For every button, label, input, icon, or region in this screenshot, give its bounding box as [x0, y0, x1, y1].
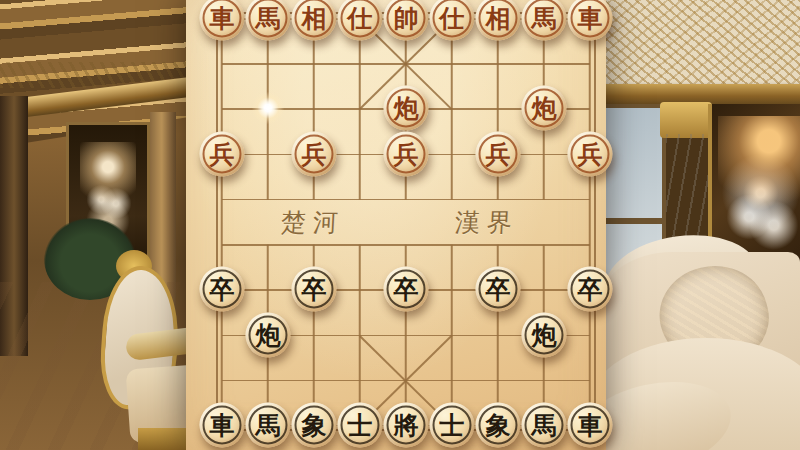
piece-glyph: 兵 [486, 141, 511, 166]
piece-red-soldier[interactable]: 兵 [568, 131, 613, 176]
piece-glyph: 兵 [302, 141, 327, 166]
piece-glyph: 車 [578, 412, 603, 437]
piece-glyph: 卒 [394, 277, 419, 302]
piece-glyph: 相 [302, 6, 327, 31]
piece-glyph: 兵 [394, 141, 419, 166]
piece-black-soldier[interactable]: 卒 [476, 267, 521, 312]
piece-red-soldier[interactable]: 兵 [476, 131, 521, 176]
piece-glyph: 馬 [256, 6, 281, 31]
piece-glyph: 帥 [394, 6, 419, 31]
piece-black-general[interactable]: 將 [384, 402, 429, 447]
screenshot-stage: 楚河 漢界 車馬相仕帥仕相馬車炮炮兵兵兵兵兵卒卒卒卒卒炮炮車馬象士將士象馬車 ✦ [0, 0, 800, 450]
xiangqi-board[interactable] [186, 0, 606, 450]
piece-black-chariot[interactable]: 車 [200, 402, 245, 447]
piece-glyph: 兵 [210, 141, 235, 166]
piece-glyph: 兵 [578, 141, 603, 166]
piece-glyph: 馬 [532, 412, 557, 437]
piece-glyph: 車 [578, 6, 603, 31]
piece-glyph: 象 [302, 412, 327, 437]
piece-glyph: 相 [486, 6, 511, 31]
river-label-left: 楚河 [280, 206, 346, 239]
piece-black-cannon[interactable]: 炮 [246, 312, 291, 357]
river-label-right: 漢界 [454, 206, 520, 239]
piece-glyph: 炮 [532, 322, 557, 347]
piece-glyph: 仕 [348, 6, 373, 31]
piece-black-soldier[interactable]: 卒 [384, 267, 429, 312]
piece-red-soldier[interactable]: 兵 [292, 131, 337, 176]
piece-glyph: 卒 [578, 277, 603, 302]
piece-black-elephant[interactable]: 象 [292, 402, 337, 447]
piece-red-cannon[interactable]: 炮 [384, 86, 429, 131]
piece-glyph: 馬 [256, 412, 281, 437]
piece-glyph: 炮 [256, 322, 281, 347]
piece-black-cannon[interactable]: 炮 [522, 312, 567, 357]
piece-red-soldier[interactable]: 兵 [200, 131, 245, 176]
piece-black-soldier[interactable]: 卒 [568, 267, 613, 312]
piece-black-elephant[interactable]: 象 [476, 402, 521, 447]
piece-glyph: 炮 [394, 96, 419, 121]
piece-black-advisor[interactable]: 士 [430, 402, 475, 447]
piece-black-chariot[interactable]: 車 [568, 402, 613, 447]
piece-glyph: 馬 [532, 6, 557, 31]
piece-black-soldier[interactable]: 卒 [200, 267, 245, 312]
piece-red-cannon[interactable]: 炮 [522, 86, 567, 131]
piece-black-horse[interactable]: 馬 [246, 402, 291, 447]
piece-black-horse[interactable]: 馬 [522, 402, 567, 447]
piece-black-advisor[interactable]: 士 [338, 402, 383, 447]
piece-black-soldier[interactable]: 卒 [292, 267, 337, 312]
piece-glyph: 炮 [532, 96, 557, 121]
piece-glyph: 車 [210, 6, 235, 31]
piece-glyph: 士 [348, 412, 373, 437]
piece-glyph: 車 [210, 412, 235, 437]
piece-glyph: 卒 [210, 277, 235, 302]
piece-glyph: 將 [394, 412, 419, 437]
piece-glyph: 卒 [302, 277, 327, 302]
piece-glyph: 仕 [440, 6, 465, 31]
piece-glyph: 卒 [486, 277, 511, 302]
piece-glyph: 象 [486, 412, 511, 437]
piece-glyph: 士 [440, 412, 465, 437]
piece-red-soldier[interactable]: 兵 [384, 131, 429, 176]
